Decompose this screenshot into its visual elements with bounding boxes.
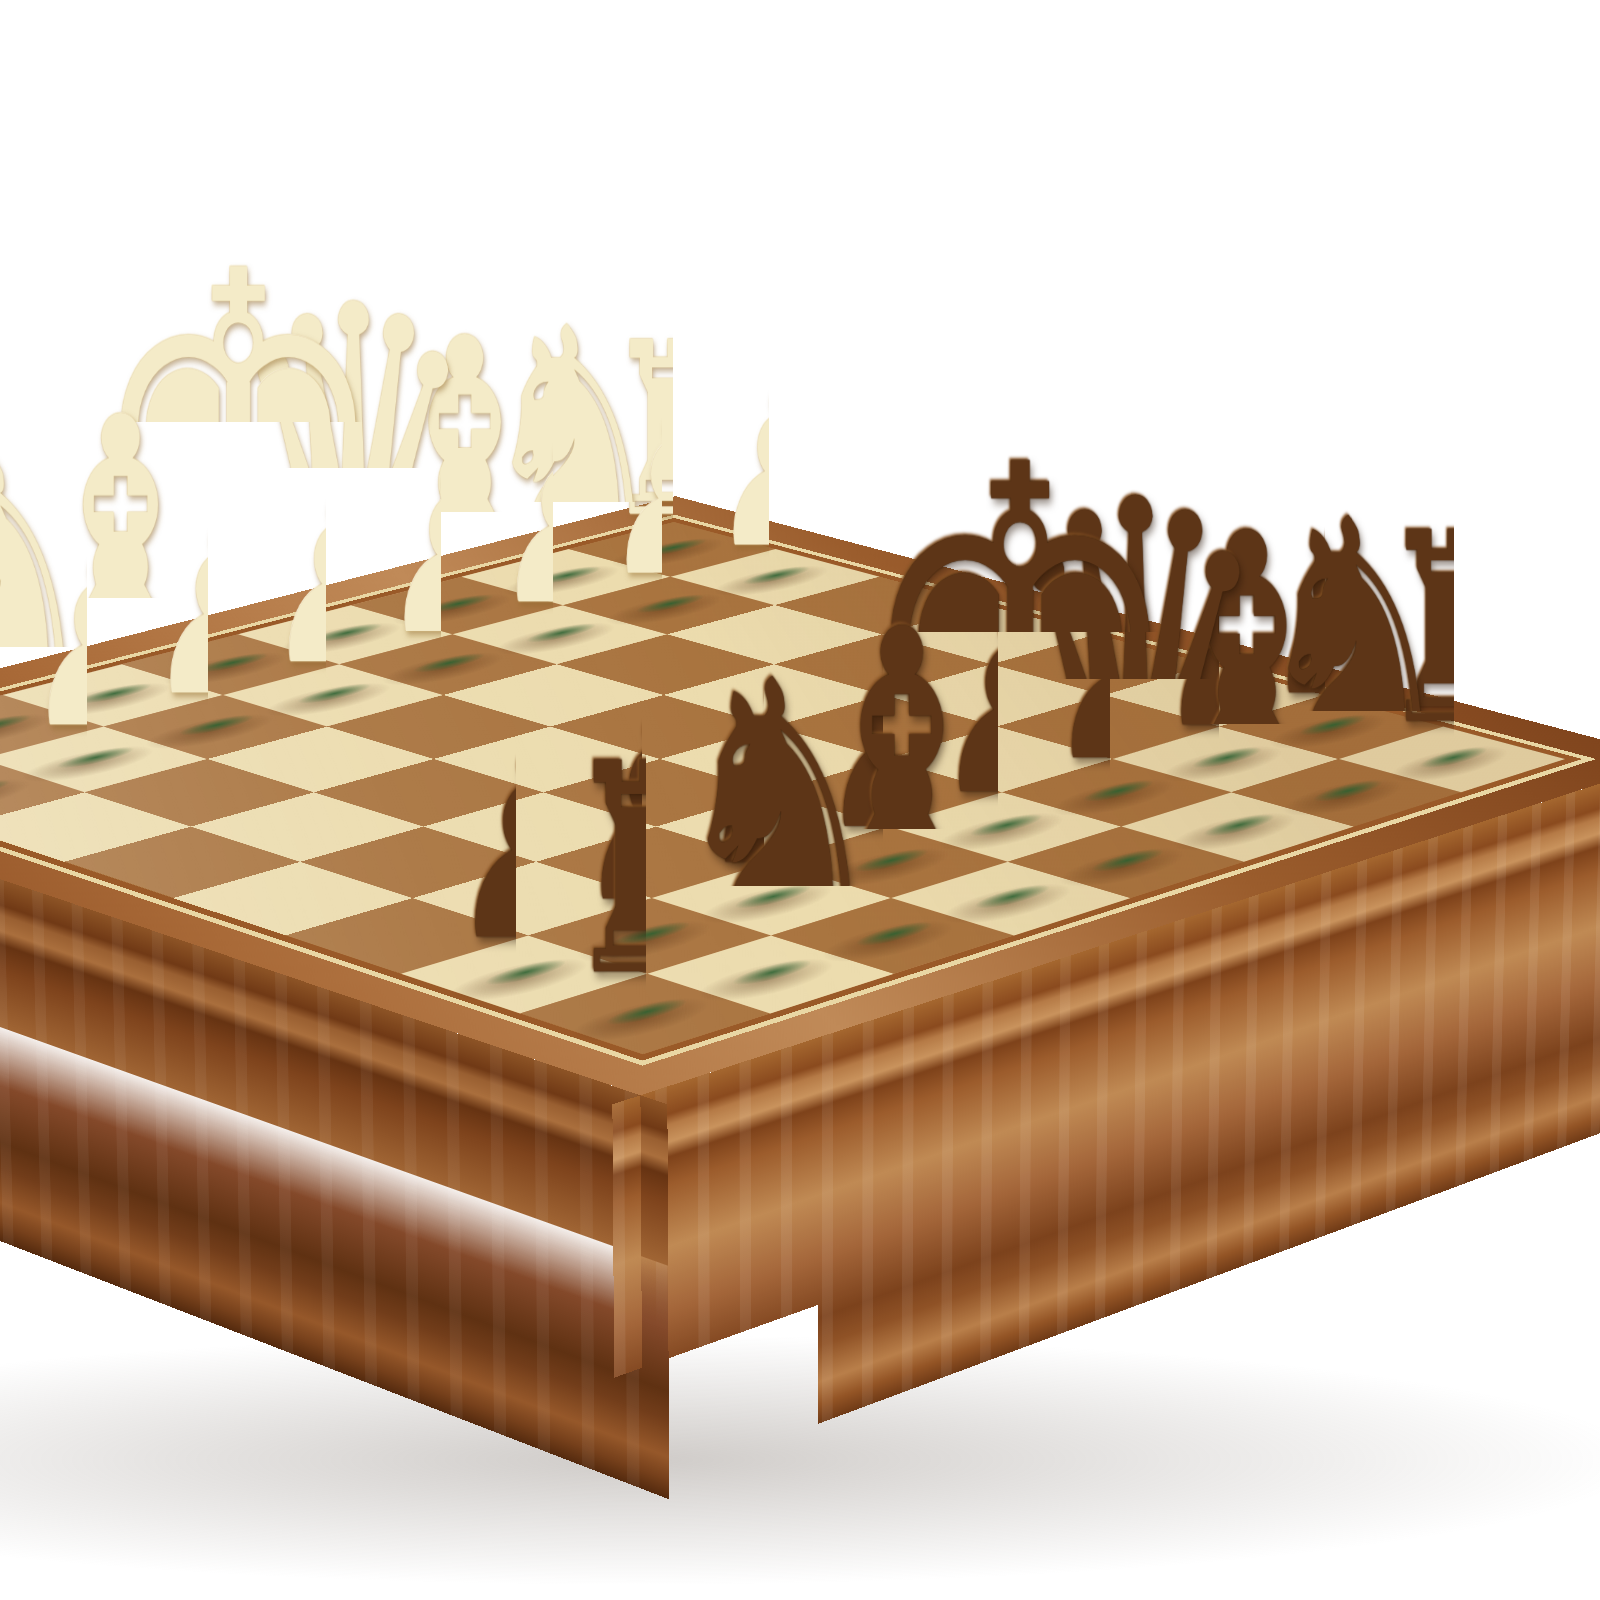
white-pawn-h2: ♟ xyxy=(0,553,173,795)
chess-box-3d: ♜♞♝♚♛♝♞♜♟♟♟♟♟♟♟♟♟♟♟♟♟♟♟♟♜♞♝♚♛♝♞♜ xyxy=(0,496,1600,1095)
product-photo-chess-set: ♜♞♝♚♛♝♞♜♟♟♟♟♟♟♟♟♟♟♟♟♟♟♟♟♜♞♝♚♛♝♞♜ xyxy=(0,0,1600,1600)
black-rook-h8: ♜ xyxy=(441,726,867,1016)
scene: ♜♞♝♚♛♝♞♜♟♟♟♟♟♟♟♟♟♟♟♟♟♟♟♟♜♞♝♚♛♝♞♜ xyxy=(0,0,1600,1600)
